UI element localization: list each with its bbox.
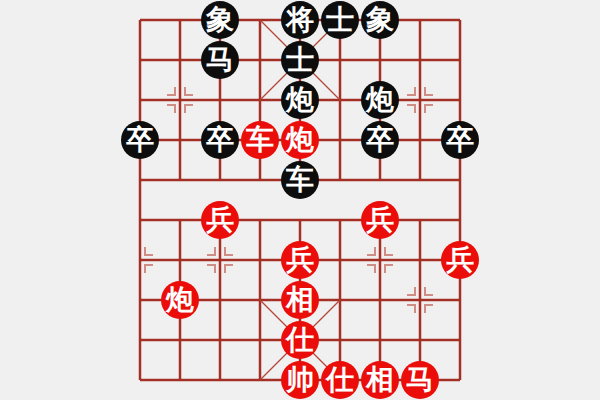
piece-red-cannon[interactable]: 炮 — [161, 281, 199, 319]
piece-black-elephant[interactable]: 象 — [361, 1, 399, 39]
pieces-layer: 象将士象马士炮炮卒卒车炮卒卒车兵兵兵兵炮相仕帅仕相马 — [120, 0, 480, 400]
piece-red-elephant[interactable]: 相 — [281, 281, 319, 319]
piece-red-advisor[interactable]: 仕 — [321, 361, 359, 399]
piece-black-chariot[interactable]: 车 — [281, 161, 319, 199]
piece-black-general[interactable]: 将 — [281, 1, 319, 39]
piece-black-soldier[interactable]: 卒 — [121, 121, 159, 159]
piece-black-horse[interactable]: 马 — [201, 41, 239, 79]
piece-red-advisor[interactable]: 仕 — [281, 321, 319, 359]
piece-black-elephant[interactable]: 象 — [201, 1, 239, 39]
piece-red-cannon[interactable]: 炮 — [281, 121, 319, 159]
piece-black-soldier[interactable]: 卒 — [201, 121, 239, 159]
piece-black-advisor[interactable]: 士 — [321, 1, 359, 39]
piece-red-general[interactable]: 帅 — [281, 361, 319, 399]
piece-red-horse[interactable]: 马 — [401, 361, 439, 399]
piece-red-soldier[interactable]: 兵 — [281, 241, 319, 279]
piece-black-advisor[interactable]: 士 — [281, 41, 319, 79]
piece-red-soldier[interactable]: 兵 — [441, 241, 479, 279]
piece-red-soldier[interactable]: 兵 — [361, 201, 399, 239]
xiangqi-board: 象将士象马士炮炮卒卒车炮卒卒车兵兵兵兵炮相仕帅仕相马 — [0, 0, 600, 400]
piece-black-soldier[interactable]: 卒 — [361, 121, 399, 159]
piece-black-soldier[interactable]: 卒 — [441, 121, 479, 159]
piece-black-cannon[interactable]: 炮 — [281, 81, 319, 119]
piece-red-elephant[interactable]: 相 — [361, 361, 399, 399]
piece-red-chariot[interactable]: 车 — [241, 121, 279, 159]
piece-red-soldier[interactable]: 兵 — [201, 201, 239, 239]
piece-black-cannon[interactable]: 炮 — [361, 81, 399, 119]
